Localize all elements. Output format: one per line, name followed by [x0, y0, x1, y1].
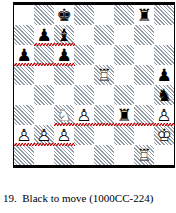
square-d5 [74, 65, 94, 85]
square-c3: ♞♘ [54, 105, 74, 125]
black-knight-h4: ♞ [154, 85, 174, 105]
square-g1: ♜♖ [134, 145, 154, 165]
square-a3 [14, 105, 34, 125]
square-b2: ♟♙ [34, 125, 54, 145]
square-h2: ♚♔ [154, 125, 174, 145]
spellcheck-squiggle [34, 43, 75, 46]
square-d4 [74, 85, 94, 105]
square-h3: ♟♙ [154, 105, 174, 125]
black-rook-g8: ♜ [134, 5, 154, 25]
square-a8 [14, 5, 34, 25]
square-a1 [14, 145, 34, 165]
white-rook-e5: ♜♖ [94, 65, 114, 85]
square-g3 [134, 105, 154, 125]
square-d8 [74, 5, 94, 25]
black-king-c8: ♚ [54, 5, 74, 25]
square-e5: ♜♖ [94, 65, 114, 85]
spellcheck-squiggle [14, 63, 75, 66]
square-d7 [74, 25, 94, 45]
square-c7: ♝ [54, 25, 74, 45]
chess-board: ♚♜♟♝♟♟♜♖♟♞♞♘♟♙♜♟♙♟♙♟♙♟♙♚♔♜♖ [14, 5, 174, 165]
square-e6 [94, 45, 114, 65]
black-pawn-h5: ♟ [154, 65, 174, 85]
spellcheck-squiggle [14, 143, 75, 146]
square-h4: ♞ [154, 85, 174, 105]
square-h1 [154, 145, 174, 165]
square-g7 [134, 25, 154, 45]
square-f6 [114, 45, 134, 65]
white-knight-c3: ♞♘ [54, 105, 74, 125]
black-rook-f3: ♜ [114, 105, 134, 125]
square-a7 [14, 25, 34, 45]
square-a4 [14, 85, 34, 105]
square-g6 [134, 45, 154, 65]
square-c4 [54, 85, 74, 105]
white-pawn-b2: ♟♙ [34, 125, 54, 145]
white-pawn-h3: ♟♙ [154, 105, 174, 125]
square-a2: ♟♙ [14, 125, 34, 145]
square-a6: ♟ [14, 45, 34, 65]
square-c8: ♚ [54, 5, 74, 25]
square-b4 [34, 85, 54, 105]
square-c6: ♟ [54, 45, 74, 65]
square-f7 [114, 25, 134, 45]
diagram-caption: 19. Black to move (1000CC-224) [3, 192, 153, 204]
square-f3: ♜ [114, 105, 134, 125]
chess-diagram: ♚♜♟♝♟♟♜♖♟♞♞♘♟♙♜♟♙♟♙♟♙♟♙♚♔♜♖ [13, 2, 175, 168]
square-h7 [154, 25, 174, 45]
black-pawn-b7: ♟ [34, 25, 54, 45]
square-b6 [34, 45, 54, 65]
square-f4 [114, 85, 134, 105]
square-d1 [74, 145, 94, 165]
white-pawn-a2: ♟♙ [14, 125, 34, 145]
white-rook-g1: ♜♖ [134, 145, 154, 165]
black-pawn-c6: ♟ [54, 45, 74, 65]
square-d6 [74, 45, 94, 65]
square-h8 [154, 5, 174, 25]
square-g8: ♜ [134, 5, 154, 25]
square-c5 [54, 65, 74, 85]
document-page: ♚♜♟♝♟♟♜♖♟♞♞♘♟♙♜♟♙♟♙♟♙♟♙♚♔♜♖ 19. Black to… [0, 0, 176, 213]
square-a5 [14, 65, 34, 85]
white-king-h2: ♚♔ [154, 125, 174, 145]
square-h6 [154, 45, 174, 65]
black-pawn-a6: ♟ [14, 45, 34, 65]
square-e4 [94, 85, 114, 105]
square-c1 [54, 145, 74, 165]
spellcheck-squiggle [54, 123, 175, 126]
square-f2 [114, 125, 134, 145]
square-e7 [94, 25, 114, 45]
square-b8 [34, 5, 54, 25]
square-g4 [134, 85, 154, 105]
square-e3 [94, 105, 114, 125]
square-f8 [114, 5, 134, 25]
square-b1 [34, 145, 54, 165]
square-b5 [34, 65, 54, 85]
square-e8 [94, 5, 114, 25]
white-pawn-d3: ♟♙ [74, 105, 94, 125]
square-d2 [74, 125, 94, 145]
square-f1 [114, 145, 134, 165]
square-c2: ♟♙ [54, 125, 74, 145]
white-pawn-c2: ♟♙ [54, 125, 74, 145]
square-g2 [134, 125, 154, 145]
square-b3 [34, 105, 54, 125]
square-e2 [94, 125, 114, 145]
square-d3: ♟♙ [74, 105, 94, 125]
black-bishop-c7: ♝ [54, 25, 74, 45]
square-e1 [94, 145, 114, 165]
square-f5 [114, 65, 134, 85]
square-g5 [134, 65, 154, 85]
square-b7: ♟ [34, 25, 54, 45]
square-h5: ♟ [154, 65, 174, 85]
